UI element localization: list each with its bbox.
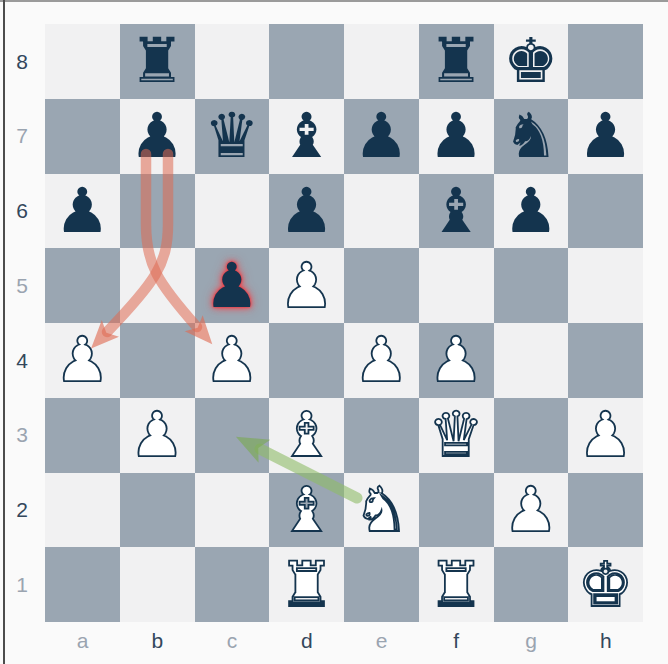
- square-b6[interactable]: [120, 174, 195, 249]
- square-h3[interactable]: ♟: [568, 398, 643, 473]
- square-g4[interactable]: [494, 323, 569, 398]
- square-c7[interactable]: ♛: [195, 99, 270, 174]
- square-e6[interactable]: [344, 174, 419, 249]
- piece-black-pawn-g6[interactable]: ♟: [503, 174, 559, 248]
- square-c6[interactable]: [195, 174, 270, 249]
- square-d8[interactable]: [269, 24, 344, 99]
- piece-white-bishop-d3[interactable]: ♝: [279, 398, 335, 472]
- square-d4[interactable]: [269, 323, 344, 398]
- rank-coordinates: 87654321: [6, 24, 38, 622]
- rank-label-8: 8: [6, 24, 38, 99]
- square-b5[interactable]: [120, 248, 195, 323]
- square-f5[interactable]: [419, 248, 494, 323]
- piece-black-knight-g7[interactable]: ♞: [503, 99, 559, 173]
- square-h4[interactable]: [568, 323, 643, 398]
- square-f2[interactable]: [419, 473, 494, 548]
- square-f4[interactable]: ♟: [419, 323, 494, 398]
- square-f6[interactable]: ♝: [419, 174, 494, 249]
- file-label-f: f: [419, 620, 494, 662]
- file-coordinates: abcdefgh: [45, 620, 643, 662]
- square-d6[interactable]: ♟: [269, 174, 344, 249]
- square-d3[interactable]: ♝: [269, 398, 344, 473]
- square-c5[interactable]: ♟: [195, 248, 270, 323]
- chess-analysis-board: 87654321 abcdefgh ♜♜♚♟♛♝♟♟♞♟♟♟♝♟♟♟♟♟♟♟♟♝…: [0, 0, 668, 664]
- square-c2[interactable]: [195, 473, 270, 548]
- piece-white-pawn-g2[interactable]: ♟: [503, 473, 559, 547]
- rank-label-5: 5: [6, 248, 38, 323]
- square-a1[interactable]: [45, 547, 120, 622]
- piece-white-pawn-c4[interactable]: ♟: [204, 323, 260, 397]
- square-b3[interactable]: ♟: [120, 398, 195, 473]
- square-d2[interactable]: ♝: [269, 473, 344, 548]
- square-e3[interactable]: [344, 398, 419, 473]
- chess-board[interactable]: ♜♜♚♟♛♝♟♟♞♟♟♟♝♟♟♟♟♟♟♟♟♝♛♟♝♞♟♜♜♚: [45, 24, 643, 622]
- left-divider: [3, 0, 5, 664]
- piece-white-bishop-d2[interactable]: ♝: [279, 473, 335, 547]
- piece-black-pawn-c5[interactable]: ♟: [204, 249, 260, 323]
- square-g1[interactable]: [494, 547, 569, 622]
- square-c4[interactable]: ♟: [195, 323, 270, 398]
- square-h8[interactable]: [568, 24, 643, 99]
- square-e2[interactable]: ♞: [344, 473, 419, 548]
- square-c3[interactable]: [195, 398, 270, 473]
- square-d1[interactable]: ♜: [269, 547, 344, 622]
- square-c8[interactable]: [195, 24, 270, 99]
- piece-white-king-h1[interactable]: ♚: [578, 548, 634, 622]
- piece-black-rook-b8[interactable]: ♜: [129, 24, 185, 98]
- square-f3[interactable]: ♛: [419, 398, 494, 473]
- piece-black-pawn-h7[interactable]: ♟: [578, 99, 634, 173]
- square-a6[interactable]: ♟: [45, 174, 120, 249]
- rank-label-6: 6: [6, 174, 38, 249]
- square-d5[interactable]: ♟: [269, 248, 344, 323]
- piece-black-bishop-f6[interactable]: ♝: [428, 174, 484, 248]
- file-label-d: d: [269, 620, 344, 662]
- piece-white-knight-e2[interactable]: ♞: [354, 473, 410, 547]
- rank-label-2: 2: [6, 473, 38, 548]
- piece-white-rook-d1[interactable]: ♜: [279, 548, 335, 622]
- square-f8[interactable]: ♜: [419, 24, 494, 99]
- square-a2[interactable]: [45, 473, 120, 548]
- piece-black-pawn-e7[interactable]: ♟: [354, 99, 410, 173]
- square-b2[interactable]: [120, 473, 195, 548]
- piece-white-pawn-a4[interactable]: ♟: [55, 323, 111, 397]
- piece-white-pawn-d5[interactable]: ♟: [279, 249, 335, 323]
- square-g2[interactable]: ♟: [494, 473, 569, 548]
- piece-black-pawn-b7[interactable]: ♟: [129, 99, 185, 173]
- square-a3[interactable]: [45, 398, 120, 473]
- square-b8[interactable]: ♜: [120, 24, 195, 99]
- file-label-g: g: [494, 620, 569, 662]
- square-e7[interactable]: ♟: [344, 99, 419, 174]
- square-h1[interactable]: ♚: [568, 547, 643, 622]
- piece-black-queen-c7[interactable]: ♛: [204, 99, 260, 173]
- rank-label-3: 3: [6, 398, 38, 473]
- square-d7[interactable]: ♝: [269, 99, 344, 174]
- piece-black-pawn-d6[interactable]: ♟: [279, 174, 335, 248]
- square-g3[interactable]: [494, 398, 569, 473]
- square-h2[interactable]: [568, 473, 643, 548]
- piece-black-rook-f8[interactable]: ♜: [428, 24, 484, 98]
- piece-black-bishop-d7[interactable]: ♝: [279, 99, 335, 173]
- piece-white-pawn-e4[interactable]: ♟: [354, 323, 410, 397]
- piece-white-pawn-f4[interactable]: ♟: [428, 323, 484, 397]
- square-h5[interactable]: [568, 248, 643, 323]
- piece-white-queen-f3[interactable]: ♛: [428, 398, 484, 472]
- square-f7[interactable]: ♟: [419, 99, 494, 174]
- square-h7[interactable]: ♟: [568, 99, 643, 174]
- square-e5[interactable]: [344, 248, 419, 323]
- square-a4[interactable]: ♟: [45, 323, 120, 398]
- square-e1[interactable]: [344, 547, 419, 622]
- top-divider: [0, 0, 668, 2]
- square-a7[interactable]: [45, 99, 120, 174]
- square-a5[interactable]: [45, 248, 120, 323]
- square-a8[interactable]: [45, 24, 120, 99]
- piece-white-pawn-h3[interactable]: ♟: [578, 398, 634, 472]
- square-g6[interactable]: ♟: [494, 174, 569, 249]
- file-label-e: e: [344, 620, 419, 662]
- piece-white-rook-f1[interactable]: ♜: [428, 548, 484, 622]
- square-b1[interactable]: [120, 547, 195, 622]
- square-h6[interactable]: [568, 174, 643, 249]
- square-g8[interactable]: ♚: [494, 24, 569, 99]
- square-c1[interactable]: [195, 547, 270, 622]
- rank-label-4: 4: [6, 323, 38, 398]
- piece-black-pawn-a6[interactable]: ♟: [55, 174, 111, 248]
- square-e8[interactable]: [344, 24, 419, 99]
- square-b4[interactable]: [120, 323, 195, 398]
- rank-label-7: 7: [6, 99, 38, 174]
- square-g7[interactable]: ♞: [494, 99, 569, 174]
- piece-black-pawn-f7[interactable]: ♟: [428, 99, 484, 173]
- file-label-h: h: [568, 620, 643, 662]
- square-g5[interactable]: [494, 248, 569, 323]
- file-label-b: b: [120, 620, 195, 662]
- square-f1[interactable]: ♜: [419, 547, 494, 622]
- square-e4[interactable]: ♟: [344, 323, 419, 398]
- piece-white-pawn-b3[interactable]: ♟: [129, 398, 185, 472]
- square-b7[interactable]: ♟: [120, 99, 195, 174]
- piece-black-king-g8[interactable]: ♚: [503, 24, 559, 98]
- rank-label-1: 1: [6, 547, 38, 622]
- file-label-c: c: [195, 620, 270, 662]
- file-label-a: a: [45, 620, 120, 662]
